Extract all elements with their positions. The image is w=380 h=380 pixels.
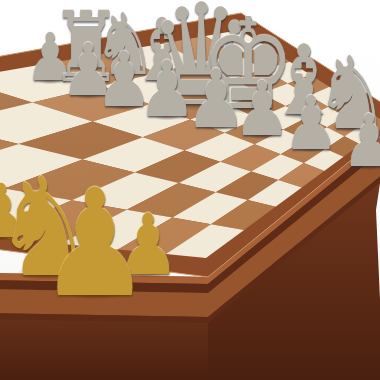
piece-silver-p[interactable]: ♟	[283, 86, 339, 160]
piece-silver-p[interactable]: ♟	[342, 106, 380, 179]
piece-silver-p[interactable]: ♟	[233, 72, 290, 148]
pieces-layer: ♞♝♟♜♟♛♟♚♝♟♟♞♟♟♟♟♞♟♟	[0, 0, 380, 380]
chess-set-product-photo: ♞♝♟♜♟♛♟♚♝♟♟♞♟♟♟♟♞♟♟	[0, 0, 380, 380]
piece-brass-p[interactable]: ♟	[39, 170, 151, 319]
